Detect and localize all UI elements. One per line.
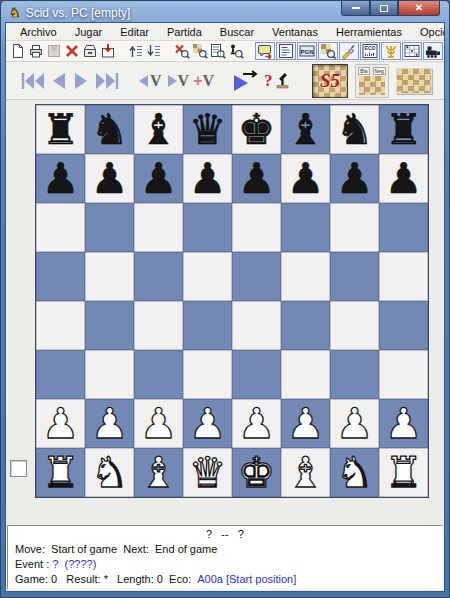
game-back-icon [50,71,68,91]
engine-window-icon [425,43,441,59]
variation-letter: V [178,72,190,90]
white-knight: ♞ [336,448,374,497]
pgn-window-button[interactable]: PGN [297,42,317,60]
white-pawn: ♟ [385,399,423,448]
close-database-button[interactable] [63,42,81,60]
variation-letter: V [202,72,214,90]
white-pawn: ♟ [336,399,374,448]
square-a6[interactable] [36,203,85,252]
new-database-icon [10,43,26,59]
game-forward-button[interactable] [72,71,90,91]
square-a1[interactable]: ♜ [36,448,85,497]
gavel-icon [275,72,290,89]
black-pawn: ♟ [287,154,325,203]
square-e8[interactable]: ♚ [232,105,281,154]
game-info-panel: ? -- ? Move: Start of game Next: End of … [7,525,443,590]
next-game-button[interactable] [145,42,163,60]
scidvspc-game-button[interactable]: S5 [312,64,348,98]
black-pawn: ♟ [140,154,178,203]
black-rook: ♜ [42,105,80,154]
square-b5[interactable] [85,252,134,301]
eco-window-icon: ECO [362,43,378,59]
bookmarks-button[interactable] [99,42,117,60]
square-e3[interactable] [232,350,281,399]
search-board-button[interactable] [191,42,209,60]
menu-ventanas[interactable]: Ventanas [263,26,327,38]
search-material-button[interactable] [227,42,245,60]
white-pawn: ♟ [42,399,80,448]
gamelist-window-icon [278,43,294,59]
bookmarks-icon [100,43,116,59]
white-pawn: ♟ [140,399,178,448]
game-nav-toolbar: V V +V ? S5 BlaNeg [6,62,444,100]
square-c1[interactable]: ♝ [134,448,183,497]
maintenance-window-icon [341,43,357,59]
black-pawn: ♟ [91,154,129,203]
book-window-icon [383,43,399,59]
white-pawn: ♟ [189,399,227,448]
menu-archivo[interactable]: Archivo [11,26,66,38]
white-tab: Bla [358,67,369,76]
nav-board-buttons: S5 BlaNeg [312,64,432,98]
square-g1[interactable]: ♞ [330,448,379,497]
tree-window-icon [320,43,336,59]
black-pawn: ♟ [189,154,227,203]
board-area: ♜♞♝♛♚♝♞♜♟♟♟♟♟♟♟♟♟♟♟♟♟♟♟♟♜♞♝♛♚♝♞♜ [6,100,444,512]
square-d4[interactable] [183,301,232,350]
minimize-button[interactable] [341,1,370,16]
menu-buscar[interactable]: Buscar [211,26,263,38]
menu-bar: Archivo Jugar Editar Partida Buscar Vent… [6,23,444,41]
black-knight: ♞ [91,105,129,154]
app-icon: ♞ [9,6,21,19]
black-rook: ♜ [385,105,423,154]
prev-game-button[interactable] [127,42,145,60]
client-area: Archivo Jugar Editar Partida Buscar Vent… [5,22,445,592]
square-e7[interactable]: ♟ [232,154,281,203]
close-icon: ✕ [415,3,423,13]
maximize-icon [380,5,388,12]
square-b8[interactable]: ♞ [85,105,134,154]
pgn-window-icon: PGN [299,43,315,59]
square-g8[interactable]: ♞ [330,105,379,154]
white-rook: ♜ [385,448,423,497]
square-e1[interactable]: ♚ [232,448,281,497]
square-g2[interactable]: ♟ [330,399,379,448]
square-d3[interactable] [183,350,232,399]
event-value[interactable]: ? (????) [52,558,96,570]
square-f1[interactable]: ♝ [281,448,330,497]
square-b7[interactable]: ♟ [85,154,134,203]
chess-board: ♜♞♝♛♚♝♞♜♟♟♟♟♟♟♟♟♟♟♟♟♟♟♟♟♜♞♝♛♚♝♞♜ [35,104,429,498]
square-a7[interactable]: ♟ [36,154,85,203]
nav-move-group [20,71,120,91]
search-header-button[interactable] [209,42,227,60]
square-g4[interactable] [330,301,379,350]
square-c8[interactable]: ♝ [134,105,183,154]
black-pawn: ♟ [385,154,423,203]
side-tabs: BlaNeg [358,67,385,76]
menu-editar[interactable]: Editar [111,26,158,38]
square-c3[interactable] [134,350,183,399]
square-a8[interactable]: ♜ [36,105,85,154]
game-start-button[interactable] [20,71,46,91]
mini-board-icon [359,76,385,95]
square-a2[interactable]: ♟ [36,399,85,448]
search-board-icon [192,43,208,59]
game-back-button[interactable] [50,71,68,91]
move-line: Move: Start of game Next: End of game [15,542,435,557]
eco-window-button[interactable]: ECO [360,42,380,60]
event-label: Event : [15,558,52,570]
book-window-button[interactable] [381,42,401,60]
square-b1[interactable]: ♞ [85,448,134,497]
eco-value[interactable]: A00a [Start position] [197,573,296,585]
square-c4[interactable] [134,301,183,350]
square-b3[interactable] [85,350,134,399]
white-queen: ♛ [189,448,227,497]
black-king: ♚ [238,105,276,154]
exit-variation-button[interactable]: V [138,72,162,90]
menu-jugar[interactable]: Jugar [66,26,112,38]
square-h3[interactable] [379,350,428,399]
square-f2[interactable]: ♟ [281,399,330,448]
close-button[interactable]: ✕ [398,1,440,16]
square-e5[interactable] [232,252,281,301]
square-a5[interactable] [36,252,85,301]
plus-icon: + [193,72,202,90]
square-f7[interactable]: ♟ [281,154,330,203]
board-side-checkbox[interactable] [10,460,27,477]
title-bar: ♞ Scid vs. PC [empty] ✕ [5,1,445,22]
square-a4[interactable] [36,301,85,350]
exit-variation-icon [138,74,150,88]
save-game-button[interactable] [45,42,63,60]
save-game-icon [46,43,62,59]
square-e4[interactable] [232,301,281,350]
svg-text:ECO: ECO [365,45,376,51]
black-pawn: ♟ [238,154,276,203]
event-line: Event : ? (????) [15,557,435,572]
menu-herramientas[interactable]: Herramientas [327,26,411,38]
square-c2[interactable]: ♟ [134,399,183,448]
square-h7[interactable]: ♟ [379,154,428,203]
coach-button[interactable]: ? [264,71,290,91]
square-f3[interactable] [281,350,330,399]
white-rook: ♜ [42,448,80,497]
square-b4[interactable] [85,301,134,350]
square-g6[interactable] [330,203,379,252]
square-d1[interactable]: ♛ [183,448,232,497]
open-database-icon [28,43,44,59]
reset-filter-icon [174,43,190,59]
square-d8[interactable]: ♛ [183,105,232,154]
variation-letter: V [150,72,162,90]
white-knight: ♞ [91,448,129,497]
black-queen: ♛ [189,105,227,154]
reset-filter-button[interactable] [173,42,191,60]
enter-variation-button[interactable]: V [166,72,190,90]
black-pawn: ♟ [42,154,80,203]
square-h5[interactable] [379,252,428,301]
game-end-button[interactable] [94,71,120,91]
next-game-icon [146,43,162,59]
gameinfo-window-button[interactable] [255,42,275,60]
square-c6[interactable] [134,203,183,252]
square-d5[interactable] [183,252,232,301]
game-end-icon [94,71,120,91]
game-stats: Game: 0 Result: * Length: 0 Eco: [15,573,197,585]
new-database-button[interactable] [9,42,27,60]
svg-text:PGN: PGN [300,49,313,55]
setup-board-button[interactable]: BlaNeg [355,64,389,98]
minimize-icon [352,7,360,9]
square-c5[interactable] [134,252,183,301]
square-h8[interactable]: ♜ [379,105,428,154]
black-knight: ♞ [336,105,374,154]
gameinfo-window-icon [257,43,273,59]
white-pawn: ♟ [238,399,276,448]
square-g5[interactable] [330,252,379,301]
tablebase-window-button[interactable] [402,42,422,60]
players-line: ? -- ? [15,527,435,542]
square-g3[interactable] [330,350,379,399]
window-controls: ✕ [341,1,440,16]
window-title: Scid vs. PC [empty] [26,6,131,20]
game-start-icon [20,71,46,91]
square-a3[interactable] [36,350,85,399]
square-h1[interactable]: ♜ [379,448,428,497]
main-toolbar: PGN ECO [6,41,444,62]
autoplay-icon [232,70,260,92]
maximize-button[interactable] [370,1,398,16]
square-d2[interactable]: ♟ [183,399,232,448]
open-database-button[interactable] [27,42,45,60]
white-bishop: ♝ [140,448,178,497]
flip-board-button[interactable] [396,68,432,94]
game-line: Game: 0 Result: * Length: 0 Eco: A00a [S… [15,572,435,587]
black-bishop: ♝ [140,105,178,154]
question-icon: ? [264,71,273,91]
square-g7[interactable]: ♟ [330,154,379,203]
black-pawn: ♟ [336,154,374,203]
menu-partida[interactable]: Partida [158,26,211,38]
square-h2[interactable]: ♟ [379,399,428,448]
white-king: ♚ [238,448,276,497]
square-c7[interactable]: ♟ [134,154,183,203]
square-e2[interactable]: ♟ [232,399,281,448]
enter-variation-icon [166,74,178,88]
square-f4[interactable] [281,301,330,350]
square-b6[interactable] [85,203,134,252]
square-h4[interactable] [379,301,428,350]
square-b2[interactable]: ♟ [85,399,134,448]
finder-button[interactable] [81,42,99,60]
gamelist-window-button[interactable] [276,42,296,60]
prev-game-icon [128,43,144,59]
finder-icon [82,43,98,59]
white-pawn: ♟ [287,399,325,448]
tablebase-window-icon [404,43,420,59]
white-pawn: ♟ [91,399,129,448]
maintenance-window-button[interactable] [339,42,359,60]
menu-opciones[interactable]: Opciones [411,26,445,38]
black-bishop: ♝ [287,105,325,154]
engine-window-button[interactable] [423,42,443,60]
scid-logo: S5 [320,70,340,92]
square-d7[interactable]: ♟ [183,154,232,203]
square-h6[interactable] [379,203,428,252]
autoplay-button[interactable] [232,70,260,92]
game-forward-icon [72,71,90,91]
square-f6[interactable] [281,203,330,252]
square-f5[interactable] [281,252,330,301]
search-header-icon [210,43,226,59]
square-e6[interactable] [232,203,281,252]
square-f8[interactable]: ♝ [281,105,330,154]
square-d6[interactable] [183,203,232,252]
nav-variation-group: V V +V [138,72,214,90]
search-material-icon [228,43,244,59]
nav-play-group: ? [232,70,290,92]
close-database-icon [64,43,80,59]
white-bishop: ♝ [287,448,325,497]
tree-window-button[interactable] [318,42,338,60]
black-tab: Neg [373,67,386,76]
add-variation-button[interactable]: +V [193,72,214,90]
app-window: ♞ Scid vs. PC [empty] ✕ Archivo Jugar Ed… [0,0,450,598]
